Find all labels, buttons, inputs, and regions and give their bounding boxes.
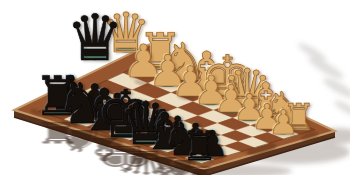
pieces-layer: ♛♛♜♟♞♟♝♟♚♟♛♟♟♜♜♝♟♟♞♞♞♟♟♝♝♜♟♟♚♚♟♛♛♟♝♝♟♞♞♟… [0, 0, 350, 175]
piece-black-rook-a8: ♜ [182, 127, 218, 167]
piece-black-queen-extra: ♛ [66, 6, 123, 70]
piece-white-pawn-a2: ♟ [268, 107, 298, 141]
chess-set-product-photo: ♛♛♜♟♞♟♝♟♚♟♛♟♟♜♜♝♟♟♞♞♞♟♟♝♝♜♟♟♚♚♟♛♛♟♝♝♟♞♞♟… [0, 0, 350, 175]
